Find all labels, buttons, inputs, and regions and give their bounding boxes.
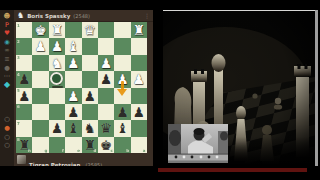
players-photo-art (168, 124, 228, 163)
piece-bN-d7[interactable]: ♞ (82, 120, 98, 136)
piece-wK-g1[interactable]: ♚ (32, 22, 48, 38)
square-d1[interactable]: ♛ (82, 22, 98, 38)
top-player-bar: ♞ Boris Spassky (2548) ⋮ (14, 10, 153, 22)
file-label: g (44, 148, 47, 153)
rank-label: 1 (17, 23, 20, 28)
tools-icon[interactable]: ● (0, 64, 14, 73)
move-arrow-head (117, 89, 127, 96)
square-h7[interactable]: 7 (16, 120, 32, 136)
social-sidebar: ☻P♥◉∞≡●⋯◆○●○○ (0, 10, 14, 166)
square-g2[interactable]: ♟ (32, 38, 48, 54)
diamond-icon[interactable]: ◆ (0, 81, 14, 90)
piece-bP-c4[interactable]: ♟ (98, 71, 114, 87)
piece-bR-h8[interactable]: ♜ (16, 137, 32, 153)
piece-bQ-c7[interactable]: ♛ (98, 120, 114, 136)
square-h2[interactable]: 2 (16, 38, 32, 54)
piece-bP-a6[interactable]: ♟ (131, 104, 147, 120)
globe-icon[interactable]: ◉ (0, 38, 14, 47)
square-e5[interactable]: ♟ (65, 88, 81, 104)
piece-bP-d5[interactable]: ♟ (82, 88, 98, 104)
file-label: a (143, 148, 146, 153)
bottom-player-bar: Tigran Petrosian (2585) ♙♘ +1 (14, 153, 153, 166)
square-g5[interactable] (32, 88, 48, 104)
square-d4[interactable] (82, 71, 98, 87)
circle-3-icon[interactable]: ○ (0, 141, 14, 150)
square-a1[interactable]: ♜ (131, 22, 147, 38)
piece-wP-f2[interactable]: ♟ (49, 38, 65, 54)
square-g4[interactable] (32, 71, 48, 87)
player-bottom-strip (0, 166, 320, 180)
square-h1[interactable]: 1 (16, 22, 32, 38)
square-b6[interactable]: ♟ (114, 104, 130, 120)
chess-wallpaper-photo (163, 10, 315, 164)
user-icon[interactable]: ☻ (0, 12, 14, 21)
square-g6[interactable] (32, 104, 48, 120)
square-a6[interactable]: ♟ (131, 104, 147, 120)
grid-icon[interactable]: ≡ (0, 55, 14, 64)
square-f2[interactable]: ♟ (49, 38, 65, 54)
piece-wP-g2[interactable]: ♟ (32, 38, 48, 54)
video-progress-bar[interactable] (158, 168, 307, 172)
square-g3[interactable] (32, 55, 48, 71)
piece-bR-d8[interactable]: ♜ (82, 137, 98, 153)
file-label: f (62, 148, 64, 153)
square-e6[interactable]: ♟ (65, 104, 81, 120)
square-h6[interactable]: 6 (16, 104, 32, 120)
square-a4[interactable]: ♟ (131, 71, 147, 87)
square-e8[interactable]: e (65, 137, 81, 153)
piece-bP-h5[interactable]: ♟ (16, 88, 32, 104)
piece-wB-e2[interactable]: ♝ (65, 38, 81, 54)
square-b1[interactable] (114, 22, 130, 38)
square-e4[interactable] (65, 71, 81, 87)
square-g8[interactable]: g (32, 137, 48, 153)
piece-bP-e6[interactable]: ♟ (65, 104, 81, 120)
square-c8[interactable]: c♚ (98, 137, 114, 153)
square-b8[interactable]: b (114, 137, 130, 153)
link-icon[interactable]: ∞ (0, 46, 14, 55)
square-d5[interactable]: ♟ (82, 88, 98, 104)
circle-1-icon[interactable]: ○ (0, 115, 14, 124)
piece-bP-h4[interactable]: ♟ (16, 71, 32, 87)
rank-label: 3 (17, 55, 20, 60)
square-a2[interactable] (131, 38, 147, 54)
square-a5[interactable] (131, 88, 147, 104)
players-photo-inset (168, 124, 228, 163)
square-f3[interactable]: ♞ (49, 55, 65, 71)
piece-bK-c8[interactable]: ♚ (98, 137, 114, 153)
rank-label: 6 (17, 104, 20, 109)
piece-wQ-d1[interactable]: ♛ (82, 22, 98, 38)
square-f8[interactable]: f (49, 137, 65, 153)
square-f7[interactable]: ♟ (49, 120, 65, 136)
knight-avatar-icon: ♞ (17, 11, 24, 21)
chess-app-panel: ♞ Boris Spassky (2548) ⋮ 1♚♜♛♜2♟♟♝3♞♟♟4♟… (14, 10, 153, 166)
square-h5[interactable]: 5♟ (16, 88, 32, 104)
file-label: e (77, 148, 80, 153)
chess-board: 1♚♜♛♜2♟♟♝3♞♟♟4♟♝♟♟♟5♟♟♟6♟♟♟7♟♝♞♛♝8h♜gfed… (16, 22, 147, 153)
square-e2[interactable]: ♝ (65, 38, 81, 54)
rank-label: 2 (17, 39, 20, 44)
menu-dots-icon[interactable]: ⋮ (144, 12, 150, 19)
square-e7[interactable]: ♝ (65, 120, 81, 136)
top-player-rating: (2548) (73, 13, 90, 19)
square-f6[interactable] (49, 104, 65, 120)
square-c7[interactable]: ♛ (98, 120, 114, 136)
piece-wR-a1[interactable]: ♜ (131, 22, 147, 38)
black-player-avatar (17, 155, 26, 164)
square-h4[interactable]: 4♟ (16, 71, 32, 87)
file-label: b (126, 148, 129, 153)
square-d6[interactable] (82, 104, 98, 120)
square-g1[interactable]: ♚ (32, 22, 48, 38)
square-f1[interactable]: ♜ (49, 22, 65, 38)
piece-bB-e7[interactable]: ♝ (65, 120, 81, 136)
piece-wP-e5[interactable]: ♟ (65, 88, 81, 104)
notification-dot-icon[interactable]: ● (0, 124, 14, 133)
piece-wR-f1[interactable]: ♜ (49, 22, 65, 38)
circle-2-icon[interactable]: ○ (0, 133, 14, 142)
video-frame: ☻P♥◉∞≡●⋯◆○●○○ ♞ Boris Spassky (2548) ⋮ 1… (0, 0, 320, 180)
square-h8[interactable]: 8h♜ (16, 137, 32, 153)
square-c4[interactable]: ♟ (98, 71, 114, 87)
piece-bP-b6[interactable]: ♟ (114, 104, 130, 120)
rank-label: 7 (17, 121, 20, 126)
piece-wN-f3[interactable]: ♞ (49, 55, 65, 71)
browser-scrollbar[interactable] (315, 10, 318, 166)
square-b3[interactable] (114, 55, 130, 71)
piece-bB-b7[interactable]: ♝ (114, 120, 130, 136)
square-c3[interactable]: ♟ (98, 55, 114, 71)
square-d3[interactable] (82, 55, 98, 71)
piece-wP-c3[interactable]: ♟ (98, 55, 114, 71)
square-b7[interactable]: ♝ (114, 120, 130, 136)
square-g7[interactable] (32, 120, 48, 136)
square-c5[interactable] (98, 88, 114, 104)
square-a7[interactable] (131, 120, 147, 136)
piece-wP-e3[interactable]: ♟ (65, 55, 81, 71)
square-a8[interactable]: a (131, 137, 147, 153)
top-player-name: Boris Spassky (27, 13, 70, 19)
watermark-caption (52, 86, 63, 88)
square-f5[interactable] (49, 88, 65, 104)
square-e3[interactable]: ♟ (65, 55, 81, 71)
square-e1[interactable] (65, 22, 81, 38)
piece-bP-f7[interactable]: ♟ (49, 120, 65, 136)
board-grid: 1♚♜♛♜2♟♟♝3♞♟♟4♟♝♟♟♟5♟♟♟6♟♟♟7♟♝♞♛♝8h♜gfed… (16, 22, 147, 153)
square-c6[interactable] (98, 104, 114, 120)
square-a3[interactable] (131, 55, 147, 71)
square-d8[interactable]: d♜ (82, 137, 98, 153)
square-d7[interactable]: ♞ (82, 120, 98, 136)
piece-wP-a4[interactable]: ♟ (131, 71, 147, 87)
square-c2[interactable] (98, 38, 114, 54)
square-h3[interactable]: 3 (16, 55, 32, 71)
heart-icon[interactable]: ♥ (0, 29, 14, 38)
square-c1[interactable] (98, 22, 114, 38)
square-d2[interactable] (82, 38, 98, 54)
patreon-icon[interactable]: P (0, 21, 14, 30)
square-b2[interactable] (114, 38, 130, 54)
